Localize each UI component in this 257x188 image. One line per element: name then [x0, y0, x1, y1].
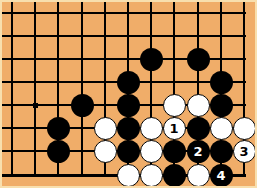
black-stone	[163, 164, 186, 187]
black-stone	[187, 48, 210, 71]
black-stone	[210, 71, 233, 94]
white-stone	[117, 164, 140, 187]
black-stone	[140, 48, 163, 71]
grid-line-horizontal	[2, 12, 246, 14]
white-stone	[187, 164, 210, 187]
grid-line-horizontal	[2, 35, 246, 37]
black-stone	[163, 140, 186, 163]
grid-line-vertical	[81, 2, 83, 177]
grid-line-vertical	[34, 2, 36, 177]
black-stone	[117, 94, 140, 117]
black-stone	[117, 117, 140, 140]
black-stone	[210, 140, 233, 163]
white-stone: 1	[163, 117, 186, 140]
star-point	[33, 103, 38, 108]
white-stone	[233, 117, 256, 140]
white-stone	[210, 117, 233, 140]
white-stone: 3	[233, 140, 256, 163]
go-board-diagram: 1234	[0, 0, 257, 188]
move-number-label: 2	[193, 145, 202, 158]
black-stone	[47, 117, 70, 140]
black-stone: 2	[187, 140, 210, 163]
black-stone: 4	[210, 164, 233, 187]
move-number-label: 4	[216, 169, 225, 182]
black-stone	[210, 94, 233, 117]
black-stone	[187, 117, 210, 140]
move-number-label: 1	[169, 122, 178, 135]
white-stone	[140, 164, 163, 187]
move-number-label: 3	[239, 145, 248, 158]
white-stone	[163, 94, 186, 117]
white-stone	[187, 94, 210, 117]
white-stone	[94, 117, 117, 140]
white-stone	[94, 140, 117, 163]
white-stone	[140, 117, 163, 140]
go-board: 1234	[2, 2, 255, 186]
white-stone	[140, 140, 163, 163]
black-stone	[47, 140, 70, 163]
grid-line-vertical	[11, 2, 13, 177]
black-stone	[117, 71, 140, 94]
black-stone	[117, 140, 140, 163]
black-stone	[71, 94, 94, 117]
